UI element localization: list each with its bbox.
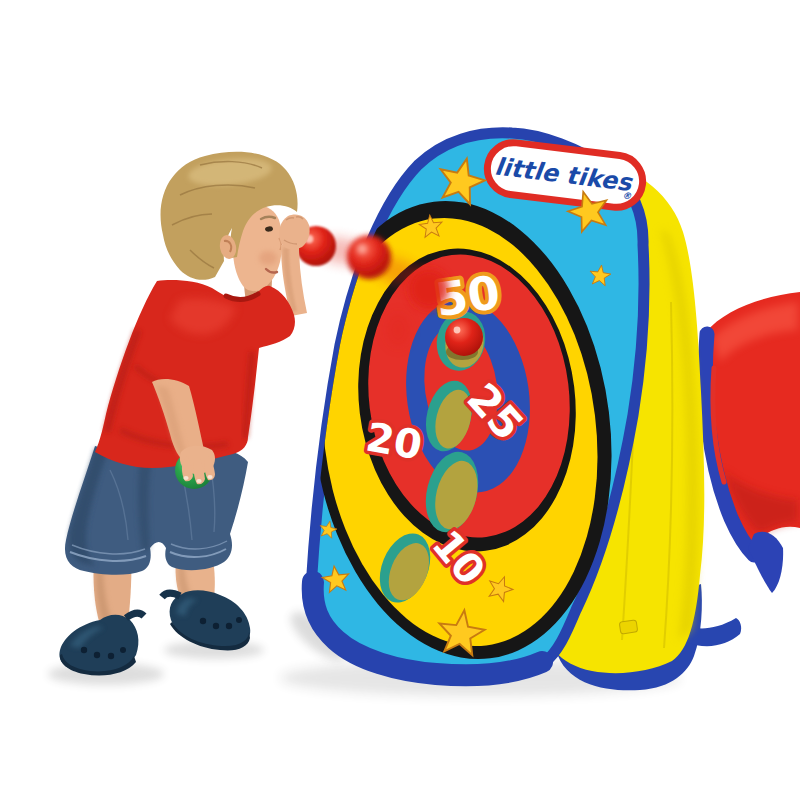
product-photo-stage: 50 25 20 10 little tikes ® [0,0,800,800]
crawl-tunnel [705,292,800,593]
motion-streak-3 [386,313,410,347]
fingernail-3 [207,475,212,479]
front-shoe-strap [162,593,180,597]
shirt-collar [226,294,258,300]
rear-shoe-strap [126,613,144,618]
front-shoe-vent-hole [236,617,242,623]
flying-ball-3-blurred [409,269,449,309]
rear-shoe-vent-hole [94,652,100,658]
child-figure [59,152,309,676]
rear-shoe-vent-hole [108,653,114,659]
side-panel-tab [619,620,638,634]
front-clog-shoe [162,590,250,650]
ball-in-50-hole-glint [454,327,461,334]
rear-clog-shoe [59,613,144,675]
front-shoe-vent-hole [213,623,219,629]
rear-shoe-vent-hole [120,647,126,653]
fingernail-2 [196,479,201,483]
flying-ball-2 [347,235,391,279]
logo-reg-mark: ® [622,190,632,201]
fingernail-1 [183,476,188,480]
rear-shoe-vent-hole [81,647,87,653]
score-20: 20 [363,414,426,469]
cheek-blush [259,251,277,265]
scene-target-toss-game: 50 25 20 10 little tikes ® [0,0,800,800]
front-shoe-vent-hole [226,623,232,629]
front-shoe-vent-hole [200,618,206,624]
